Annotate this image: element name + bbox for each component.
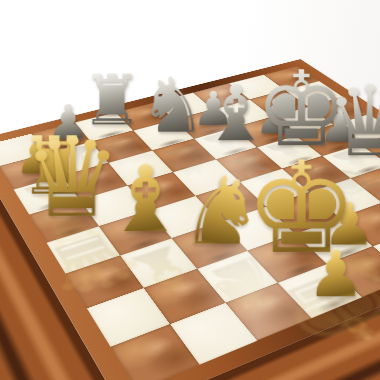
brass-pawn-d1[interactable]: ♟ — [307, 242, 365, 306]
chess-board: ♟♟♜♜♟♟♞♞♟♟♜♜♝♝♟♟♛♛♚♚♟♟♝♝♛♛♟♟♞♞♚♚♟♟♟♟ — [0, 66, 380, 380]
board-frame: ♟♟♜♜♟♟♞♞♟♟♜♜♝♝♟♟♛♛♚♚♟♟♝♝♛♛♟♟♞♞♚♚♟♟♟♟ — [0, 59, 380, 380]
chess-case: ♟♟♜♜♟♟♞♞♟♟♜♜♝♝♟♟♛♛♚♚♟♟♝♝♛♛♟♟♞♞♚♚♟♟♟♟ — [0, 59, 380, 380]
brass-bishop-b4[interactable]: ♝ — [104, 154, 187, 246]
pewter-knight-d7[interactable]: ♞ — [139, 68, 207, 144]
product-photo-stage: ♟♟♜♜♟♟♞♞♟♟♜♜♝♝♟♟♛♛♚♚♟♟♝♝♛♛♟♟♞♞♚♚♟♟♟♟ — [0, 0, 380, 380]
